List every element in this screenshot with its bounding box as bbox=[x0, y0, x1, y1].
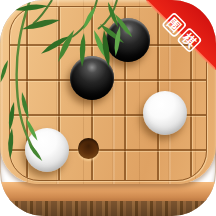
corner-ribbon: 围 棋 bbox=[126, 0, 216, 90]
board-front-edge bbox=[0, 182, 216, 201]
go-app-icon[interactable]: 围 棋 bbox=[0, 0, 216, 216]
white-stone-col2-row5[interactable] bbox=[25, 128, 69, 172]
board-side-edge bbox=[0, 199, 216, 216]
hoshi-star-point bbox=[78, 138, 99, 159]
white-stone-col5-row4[interactable] bbox=[143, 91, 187, 135]
black-stone-col3-row3[interactable] bbox=[70, 56, 114, 100]
